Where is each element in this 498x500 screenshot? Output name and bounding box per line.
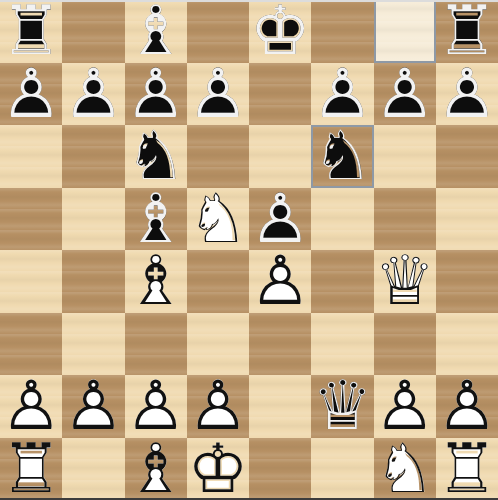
square-g6[interactable]: [374, 125, 436, 188]
square-g1[interactable]: ♞♘: [374, 438, 436, 500]
square-h7[interactable]: ♟♙: [436, 63, 498, 126]
white-pawn[interactable]: ♟♙: [62, 375, 124, 438]
chess-board-container: ♜♖♝♗♚♔♜♖♟♙♟♙♟♙♟♙♟♙♟♙♟♙♞♘♞♘♝♗♞♘♟♙♝♗♟♙♛♕♟♙…: [0, 0, 498, 500]
chess-board: ♜♖♝♗♚♔♜♖♟♙♟♙♟♙♟♙♟♙♟♙♟♙♞♘♞♘♝♗♞♘♟♙♝♗♟♙♛♕♟♙…: [0, 0, 498, 500]
square-a1[interactable]: ♜♖: [0, 438, 62, 500]
square-c4[interactable]: ♝♗: [125, 250, 187, 313]
square-f5[interactable]: [311, 188, 373, 251]
white-bishop[interactable]: ♝♗: [125, 250, 187, 313]
queen-glyph-outline: ♕: [311, 375, 373, 438]
square-h6[interactable]: [436, 125, 498, 188]
knight-glyph-outline: ♘: [187, 188, 249, 251]
bishop-glyph-outline: ♗: [125, 250, 187, 313]
pawn-glyph-outline: ♙: [62, 375, 124, 438]
black-king[interactable]: ♚♔: [249, 0, 311, 63]
white-rook[interactable]: ♜♖: [0, 438, 62, 500]
black-pawn[interactable]: ♟♙: [62, 63, 124, 126]
square-b7[interactable]: ♟♙: [62, 63, 124, 126]
black-knight[interactable]: ♞♘: [311, 125, 373, 188]
black-pawn[interactable]: ♟♙: [0, 63, 62, 126]
square-d7[interactable]: ♟♙: [187, 63, 249, 126]
black-queen[interactable]: ♛♕: [311, 375, 373, 438]
pawn-glyph-outline: ♙: [436, 63, 498, 126]
square-h5[interactable]: [436, 188, 498, 251]
white-knight[interactable]: ♞♘: [374, 438, 436, 500]
square-e7[interactable]: [249, 63, 311, 126]
square-g7[interactable]: ♟♙: [374, 63, 436, 126]
square-b5[interactable]: [62, 188, 124, 251]
square-b4[interactable]: [62, 250, 124, 313]
square-e1[interactable]: [249, 438, 311, 500]
square-c1[interactable]: ♝♗: [125, 438, 187, 500]
white-bishop[interactable]: ♝♗: [125, 438, 187, 500]
white-king[interactable]: ♚♔: [187, 438, 249, 500]
square-f2[interactable]: ♛♕: [311, 375, 373, 438]
king-glyph-outline: ♔: [187, 438, 249, 500]
queen-glyph-outline: ♕: [374, 250, 436, 313]
square-f1[interactable]: [311, 438, 373, 500]
knight-glyph-outline: ♘: [311, 125, 373, 188]
black-pawn[interactable]: ♟♙: [187, 63, 249, 126]
square-e3[interactable]: [249, 313, 311, 376]
pawn-glyph-outline: ♙: [249, 250, 311, 313]
square-f4[interactable]: [311, 250, 373, 313]
pawn-glyph-outline: ♙: [374, 63, 436, 126]
knight-glyph-outline: ♘: [374, 438, 436, 500]
square-b6[interactable]: [62, 125, 124, 188]
square-d1[interactable]: ♚♔: [187, 438, 249, 500]
square-d5[interactable]: ♞♘: [187, 188, 249, 251]
pawn-glyph-outline: ♙: [187, 63, 249, 126]
white-pawn[interactable]: ♟♙: [249, 250, 311, 313]
square-b2[interactable]: ♟♙: [62, 375, 124, 438]
white-rook[interactable]: ♜♖: [436, 438, 498, 500]
square-h4[interactable]: [436, 250, 498, 313]
white-queen[interactable]: ♛♕: [374, 250, 436, 313]
square-f6[interactable]: ♞♘: [311, 125, 373, 188]
rook-glyph-outline: ♖: [0, 438, 62, 500]
rook-glyph-outline: ♖: [436, 438, 498, 500]
square-e4[interactable]: ♟♙: [249, 250, 311, 313]
square-a5[interactable]: [0, 188, 62, 251]
square-a7[interactable]: ♟♙: [0, 63, 62, 126]
square-a6[interactable]: [0, 125, 62, 188]
white-knight[interactable]: ♞♘: [187, 188, 249, 251]
square-g4[interactable]: ♛♕: [374, 250, 436, 313]
black-pawn[interactable]: ♟♙: [374, 63, 436, 126]
square-h1[interactable]: ♜♖: [436, 438, 498, 500]
square-b1[interactable]: [62, 438, 124, 500]
pawn-glyph-outline: ♙: [0, 63, 62, 126]
square-d4[interactable]: [187, 250, 249, 313]
king-glyph-outline: ♔: [249, 0, 311, 63]
pawn-glyph-outline: ♙: [62, 63, 124, 126]
square-e8[interactable]: ♚♔: [249, 0, 311, 63]
square-a4[interactable]: [0, 250, 62, 313]
square-e2[interactable]: [249, 375, 311, 438]
black-pawn[interactable]: ♟♙: [436, 63, 498, 126]
bishop-glyph-outline: ♗: [125, 438, 187, 500]
